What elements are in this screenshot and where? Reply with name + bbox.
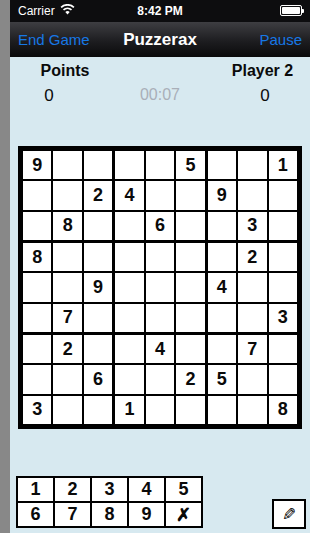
sudoku-cell-r7c8[interactable]: 7 — [238, 335, 266, 363]
sudoku-cell-r7c2[interactable]: 2 — [53, 335, 81, 363]
sudoku-cell-r6c2[interactable]: 7 — [53, 304, 81, 332]
sudoku-cell-r5c2[interactable] — [53, 273, 81, 301]
sudoku-cell-r7c1[interactable] — [23, 335, 51, 363]
sudoku-cell-r5c1[interactable] — [23, 273, 51, 301]
sudoku-cell-r7c5[interactable]: 4 — [146, 335, 174, 363]
sudoku-cell-r6c5[interactable] — [146, 304, 174, 332]
sudoku-cell-r2c9[interactable] — [269, 181, 297, 209]
app-screen: Carrier 8:42 PM End Game Puzzerax Pause … — [10, 0, 310, 533]
status-bar: Carrier 8:42 PM — [10, 0, 310, 22]
sudoku-box-6: 243 — [208, 243, 297, 332]
sudoku-cell-r6c3[interactable] — [84, 304, 112, 332]
sudoku-cell-r4c6[interactable] — [176, 243, 204, 271]
keypad-key-3[interactable]: 3 — [92, 478, 127, 501]
keypad-key-1[interactable]: 1 — [18, 478, 53, 501]
sudoku-cell-r3c8[interactable]: 3 — [238, 212, 266, 240]
sudoku-cell-r9c1[interactable]: 3 — [23, 396, 51, 424]
sudoku-cell-r7c9[interactable] — [269, 335, 297, 363]
number-keypad: 123456789✗ — [16, 476, 203, 528]
sudoku-cell-r9c3[interactable] — [84, 396, 112, 424]
sudoku-cell-r9c8[interactable] — [238, 396, 266, 424]
sudoku-cell-r4c7[interactable] — [208, 243, 236, 271]
sudoku-cell-r4c1[interactable]: 8 — [23, 243, 51, 271]
sudoku-cell-r9c2[interactable] — [53, 396, 81, 424]
sudoku-cell-r8c3[interactable]: 6 — [84, 365, 112, 393]
sudoku-cell-r6c6[interactable] — [176, 304, 204, 332]
sudoku-box-8: 421 — [115, 335, 204, 424]
sudoku-cell-r4c9[interactable] — [269, 243, 297, 271]
sudoku-cell-r4c5[interactable] — [146, 243, 174, 271]
sudoku-cell-r3c4[interactable] — [115, 212, 143, 240]
sudoku-cell-r1c9[interactable]: 1 — [269, 151, 297, 179]
sudoku-cell-r2c8[interactable] — [238, 181, 266, 209]
sudoku-cell-r7c6[interactable] — [176, 335, 204, 363]
sudoku-cell-r2c5[interactable] — [146, 181, 174, 209]
sudoku-cell-r4c2[interactable] — [53, 243, 81, 271]
sudoku-box-9: 758 — [208, 335, 297, 424]
player2-value: 0 — [220, 86, 310, 106]
sudoku-cell-r2c1[interactable] — [23, 181, 51, 209]
pause-button[interactable]: Pause — [259, 31, 302, 48]
sudoku-cell-r5c3[interactable]: 9 — [84, 273, 112, 301]
sudoku-cell-r5c5[interactable] — [146, 273, 174, 301]
sudoku-cell-r3c3[interactable] — [84, 212, 112, 240]
keypad-key-2[interactable]: 2 — [55, 478, 90, 501]
sudoku-cell-r3c7[interactable] — [208, 212, 236, 240]
keypad-key-5[interactable]: 5 — [166, 478, 201, 501]
sudoku-box-2: 546 — [115, 151, 204, 240]
sudoku-cell-r8c1[interactable] — [23, 365, 51, 393]
sudoku-cell-r7c3[interactable] — [84, 335, 112, 363]
sudoku-box-1: 928 — [23, 151, 112, 240]
sudoku-cell-r4c3[interactable] — [84, 243, 112, 271]
sudoku-cell-r6c4[interactable] — [115, 304, 143, 332]
battery-icon — [280, 5, 302, 16]
sudoku-box-3: 193 — [208, 151, 297, 240]
sudoku-cell-r3c2[interactable]: 8 — [53, 212, 81, 240]
player2-label: Player 2 — [215, 62, 310, 80]
keypad-key-8[interactable]: 8 — [92, 503, 127, 526]
sudoku-cell-r1c7[interactable] — [208, 151, 236, 179]
sudoku-cell-r1c5[interactable] — [146, 151, 174, 179]
keypad-key-9[interactable]: 9 — [129, 503, 164, 526]
sudoku-cell-r5c9[interactable] — [269, 273, 297, 301]
sudoku-cell-r5c7[interactable]: 4 — [208, 273, 236, 301]
sudoku-cell-r4c8[interactable]: 2 — [238, 243, 266, 271]
sudoku-cell-r5c4[interactable] — [115, 273, 143, 301]
pencil-icon: ✎ — [282, 506, 296, 523]
sudoku-cell-r9c6[interactable] — [176, 396, 204, 424]
sudoku-box-5 — [115, 243, 204, 332]
sudoku-cell-r5c6[interactable] — [176, 273, 204, 301]
sudoku-cell-r4c4[interactable] — [115, 243, 143, 271]
sudoku-board: 928546193897243263421758 — [18, 146, 302, 429]
keypad-key-7[interactable]: 7 — [55, 503, 90, 526]
sudoku-cell-r9c7[interactable] — [208, 396, 236, 424]
nav-bar: End Game Puzzerax Pause — [10, 22, 310, 57]
sudoku-cell-r3c6[interactable] — [176, 212, 204, 240]
sudoku-cell-r6c7[interactable] — [208, 304, 236, 332]
sudoku-cell-r3c9[interactable] — [269, 212, 297, 240]
points-label: Points — [10, 62, 120, 80]
sudoku-cell-r6c1[interactable] — [23, 304, 51, 332]
sudoku-cell-r5c8[interactable] — [238, 273, 266, 301]
sudoku-cell-r1c6[interactable]: 5 — [176, 151, 204, 179]
sudoku-cell-r8c7[interactable]: 5 — [208, 365, 236, 393]
sudoku-cell-r8c6[interactable]: 2 — [176, 365, 204, 393]
sudoku-cell-r2c2[interactable] — [53, 181, 81, 209]
sudoku-box-4: 897 — [23, 243, 112, 332]
sudoku-cell-r1c4[interactable] — [115, 151, 143, 179]
sudoku-cell-r9c4[interactable]: 1 — [115, 396, 143, 424]
sudoku-cell-r8c2[interactable] — [53, 365, 81, 393]
sudoku-cell-r1c2[interactable] — [53, 151, 81, 179]
keypad-key-x[interactable]: ✗ — [166, 503, 201, 526]
sudoku-cell-r9c9[interactable]: 8 — [269, 396, 297, 424]
sudoku-cell-r3c5[interactable]: 6 — [146, 212, 174, 240]
sudoku-cell-r6c9[interactable]: 3 — [269, 304, 297, 332]
sudoku-cell-r2c6[interactable] — [176, 181, 204, 209]
sudoku-cell-r1c1[interactable]: 9 — [23, 151, 51, 179]
sudoku-cell-r8c9[interactable] — [269, 365, 297, 393]
sudoku-cell-r2c4[interactable]: 4 — [115, 181, 143, 209]
pencil-notes-button[interactable]: ✎ — [272, 499, 306, 529]
sudoku-cell-r7c7[interactable] — [208, 335, 236, 363]
sudoku-cell-r2c3[interactable]: 2 — [84, 181, 112, 209]
sudoku-cell-r1c8[interactable] — [238, 151, 266, 179]
sudoku-cell-r6c8[interactable] — [238, 304, 266, 332]
sudoku-cell-r8c5[interactable] — [146, 365, 174, 393]
sudoku-box-7: 263 — [23, 335, 112, 424]
sudoku-cell-r8c8[interactable] — [238, 365, 266, 393]
sudoku-cell-r3c1[interactable] — [23, 212, 51, 240]
sudoku-cell-r1c3[interactable] — [84, 151, 112, 179]
keypad-key-6[interactable]: 6 — [18, 503, 53, 526]
sudoku-cell-r9c5[interactable] — [146, 396, 174, 424]
sudoku-cell-r7c4[interactable] — [115, 335, 143, 363]
sudoku-cell-r2c7[interactable]: 9 — [208, 181, 236, 209]
sudoku-cell-r8c4[interactable] — [115, 365, 143, 393]
clock-time: 8:42 PM — [10, 4, 310, 18]
keypad-key-4[interactable]: 4 — [129, 478, 164, 501]
